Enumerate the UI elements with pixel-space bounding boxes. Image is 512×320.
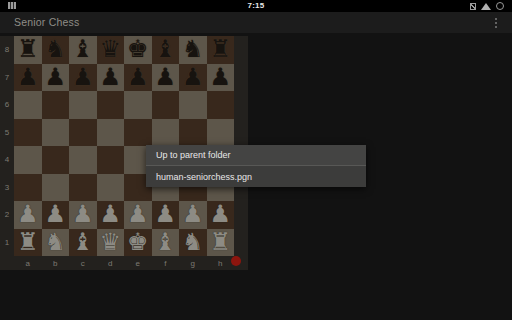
clock: 7:15 [0,1,512,10]
app-title: Senior Chess [14,16,79,28]
rank-label-2: 2 [0,201,14,229]
square-b8[interactable]: ♞ [42,36,70,64]
square-c8[interactable]: ♝ [69,36,97,64]
square-f5[interactable] [152,119,180,147]
square-e8[interactable]: ♚ [124,36,152,64]
square-a7[interactable]: ♟ [14,64,42,92]
square-e6[interactable] [124,91,152,119]
white-pawn: ♟ [17,201,39,229]
rank-label-4: 4 [0,146,14,174]
square-d5[interactable] [97,119,125,147]
square-d3[interactable] [97,174,125,202]
square-b1[interactable]: ♞ [42,229,70,257]
square-f7[interactable]: ♟ [152,64,180,92]
file-label-e: e [124,256,152,270]
file-label-b: b [42,256,70,270]
square-b7[interactable]: ♟ [42,64,70,92]
square-d6[interactable] [97,91,125,119]
file-label-h: h [207,256,235,270]
black-pawn: ♟ [209,64,231,92]
black-king: ♚ [127,36,149,64]
square-g7[interactable]: ♟ [179,64,207,92]
square-f8[interactable]: ♝ [152,36,180,64]
white-bishop: ♝ [154,229,176,257]
white-pawn: ♟ [127,201,149,229]
file-label-g: g [179,256,207,270]
square-b5[interactable] [42,119,70,147]
rank-label-8: 8 [0,36,14,64]
file-label-a: a [14,256,42,270]
overflow-menu-button[interactable] [489,15,503,31]
square-a2[interactable]: ♟ [14,201,42,229]
square-h1[interactable]: ♜ [207,229,235,257]
record-dot [231,256,241,266]
square-c5[interactable] [69,119,97,147]
square-c4[interactable] [69,146,97,174]
square-a5[interactable] [14,119,42,147]
white-pawn: ♟ [99,201,121,229]
square-h6[interactable] [207,91,235,119]
black-rook: ♜ [17,36,39,64]
black-pawn: ♟ [154,64,176,92]
black-pawn: ♟ [182,64,204,92]
black-pawn: ♟ [127,64,149,92]
square-f6[interactable] [152,91,180,119]
file-labels: abcdefgh [14,256,234,270]
square-f2[interactable]: ♟ [152,201,180,229]
white-rook: ♜ [17,229,39,257]
square-a1[interactable]: ♜ [14,229,42,257]
app-bar: Senior Chess [0,12,512,33]
square-d1[interactable]: ♛ [97,229,125,257]
battery-icon [496,2,504,10]
square-g5[interactable] [179,119,207,147]
white-pawn: ♟ [154,201,176,229]
square-h5[interactable] [207,119,235,147]
wifi-icon [481,3,491,10]
black-bishop: ♝ [72,36,94,64]
square-e5[interactable] [124,119,152,147]
black-knight: ♞ [182,36,204,64]
square-h2[interactable]: ♟ [207,201,235,229]
no-sim-icon [470,3,476,10]
black-pawn: ♟ [44,64,66,92]
square-d4[interactable] [97,146,125,174]
square-c3[interactable] [69,174,97,202]
black-rook: ♜ [209,36,231,64]
rank-labels: 87654321 [0,36,14,256]
black-queen: ♛ [99,36,121,64]
white-pawn: ♟ [182,201,204,229]
white-pawn: ♟ [209,201,231,229]
square-c1[interactable]: ♝ [69,229,97,257]
file-label-d: d [97,256,125,270]
square-d2[interactable]: ♟ [97,201,125,229]
square-b2[interactable]: ♟ [42,201,70,229]
white-bishop: ♝ [72,229,94,257]
square-b3[interactable] [42,174,70,202]
white-knight: ♞ [44,229,66,257]
square-b6[interactable] [42,91,70,119]
square-c7[interactable]: ♟ [69,64,97,92]
rank-label-7: 7 [0,64,14,92]
square-g6[interactable] [179,91,207,119]
black-knight: ♞ [44,36,66,64]
rank-label-6: 6 [0,91,14,119]
square-a8[interactable]: ♜ [14,36,42,64]
square-h7[interactable]: ♟ [207,64,235,92]
square-a6[interactable] [14,91,42,119]
square-d7[interactable]: ♟ [97,64,125,92]
white-king: ♚ [127,229,149,257]
square-e2[interactable]: ♟ [124,201,152,229]
white-queen: ♛ [99,229,121,257]
rank-label-5: 5 [0,119,14,147]
square-g8[interactable]: ♞ [179,36,207,64]
white-knight: ♞ [182,229,204,257]
square-g1[interactable]: ♞ [179,229,207,257]
square-g2[interactable]: ♟ [179,201,207,229]
black-pawn: ♟ [17,64,39,92]
rank-label-3: 3 [0,174,14,202]
status-bar: 7:15 [0,0,512,12]
square-a4[interactable] [14,146,42,174]
file-label-f: f [152,256,180,270]
white-rook: ♜ [209,229,231,257]
square-f1[interactable]: ♝ [152,229,180,257]
square-e1[interactable]: ♚ [124,229,152,257]
square-b4[interactable] [42,146,70,174]
white-pawn: ♟ [44,201,66,229]
black-bishop: ♝ [154,36,176,64]
popup-item-pgn-file[interactable]: human-seniorchess.pgn [146,166,366,187]
vertical-ellipsis-icon [495,18,498,21]
square-h8[interactable]: ♜ [207,36,235,64]
white-pawn: ♟ [72,201,94,229]
square-a3[interactable] [14,174,42,202]
file-label-c: c [69,256,97,270]
black-pawn: ♟ [72,64,94,92]
black-pawn: ♟ [99,64,121,92]
file-picker-popup: Up to parent folderhuman-seniorchess.pgn [146,145,366,187]
square-c6[interactable] [69,91,97,119]
square-e7[interactable]: ♟ [124,64,152,92]
square-c2[interactable]: ♟ [69,201,97,229]
square-d8[interactable]: ♛ [97,36,125,64]
popup-item-up-to-parent-folder[interactable]: Up to parent folder [146,145,366,166]
rank-label-1: 1 [0,229,14,257]
